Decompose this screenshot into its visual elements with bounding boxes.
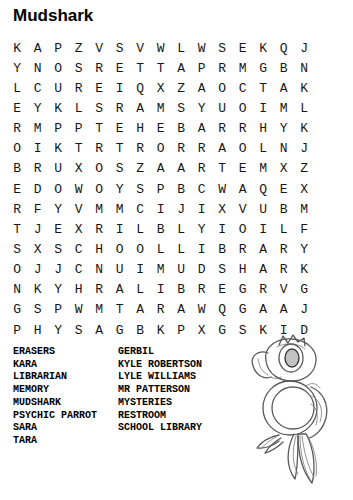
grid-cell-r9c12[interactable]: V [233, 199, 254, 219]
grid-cell-r14c15[interactable]: J [294, 300, 315, 320]
grid-cell-r8c2[interactable]: D [28, 179, 49, 199]
grid-cell-r10c7[interactable]: L [130, 219, 151, 239]
grid-cell-r4c3[interactable]: K [48, 98, 69, 118]
grid-cell-r2c14[interactable]: B [274, 58, 295, 78]
grid-cell-r8c9[interactable]: B [171, 179, 192, 199]
grid-cell-r9c5[interactable]: M [89, 199, 110, 219]
grid-cell-r7c12[interactable]: E [233, 159, 254, 179]
grid-cell-r7c6[interactable]: S [110, 159, 131, 179]
grid-cell-r5c13[interactable]: H [253, 119, 274, 139]
page-title: Mudshark [13, 6, 93, 26]
word-list-column-2: GERBILKYLE ROBERTSONLYLE WILLIAMSMR PATT… [118, 346, 202, 435]
grid-cell-r8c6[interactable]: Y [110, 179, 131, 199]
grid-cell-r2c9[interactable]: A [171, 58, 192, 78]
word-mysteries: MYSTERIES [118, 397, 202, 410]
grid-cell-r9c2[interactable]: F [28, 199, 49, 219]
grid-cell-r4c13[interactable]: I [253, 98, 274, 118]
grid-cell-r3c13[interactable]: T [253, 78, 274, 98]
grid-cell-r1c13[interactable]: K [253, 38, 274, 58]
grid-cell-r3c6[interactable]: I [110, 78, 131, 98]
grid-cell-r1c7[interactable]: V [130, 38, 151, 58]
grid-cell-r15c6[interactable]: G [110, 320, 131, 340]
parrot-eye [285, 349, 299, 367]
grid-cell-r9c1[interactable]: R [7, 199, 28, 219]
grid-cell-r2c3[interactable]: O [48, 58, 69, 78]
grid-cell-r4c1[interactable]: E [7, 98, 28, 118]
grid-cell-r14c9[interactable]: A [171, 300, 192, 320]
word-school-library: SCHOOL LIBRARY [118, 422, 202, 435]
grid-cell-r4c8[interactable]: M [151, 98, 172, 118]
grid-cell-r7c7[interactable]: Z [130, 159, 151, 179]
grid-cell-r10c13[interactable]: I [253, 219, 274, 239]
grid-cell-r5c4[interactable]: P [69, 119, 90, 139]
grid-cell-r6c11[interactable]: A [212, 139, 233, 159]
grid-cell-r3c3[interactable]: U [48, 78, 69, 98]
grid-cell-r3c4[interactable]: R [69, 78, 90, 98]
grid-cell-r6c14[interactable]: N [274, 139, 295, 159]
grid-cell-r10c4[interactable]: X [69, 219, 90, 239]
word-tara: TARA [13, 435, 97, 448]
grid-cell-r10c1[interactable]: T [7, 219, 28, 239]
grid-cell-r8c13[interactable]: Q [253, 179, 274, 199]
grid-cell-r5c12[interactable]: R [233, 119, 254, 139]
grid-cell-r12c9[interactable]: U [171, 260, 192, 280]
grid-cell-r1c14[interactable]: Q [274, 38, 295, 58]
grid-cell-r6c8[interactable]: O [151, 139, 172, 159]
grid-cell-r11c15[interactable]: Y [294, 239, 315, 259]
grid-cell-r13c14[interactable]: V [274, 280, 295, 300]
grid-cell-r15c7[interactable]: B [130, 320, 151, 340]
grid-cell-r13c9[interactable]: B [171, 280, 192, 300]
grid-cell-r14c13[interactable]: A [253, 300, 274, 320]
grid-cell-r2c8[interactable]: T [151, 58, 172, 78]
grid-cell-r13c3[interactable]: Y [48, 280, 69, 300]
grid-cell-r5c14[interactable]: Y [274, 119, 295, 139]
grid-cell-r15c5[interactable]: A [89, 320, 110, 340]
parrot-wing [309, 387, 327, 438]
grid-cell-r12c6[interactable]: U [110, 260, 131, 280]
grid-cell-r11c8[interactable]: L [151, 239, 172, 259]
grid-cell-r13c6[interactable]: A [110, 280, 131, 300]
grid-cell-r15c8[interactable]: K [151, 320, 172, 340]
grid-cell-r13c4[interactable]: H [69, 280, 90, 300]
grid-cell-r14c5[interactable]: M [89, 300, 110, 320]
grid-cell-r10c10[interactable]: Y [192, 219, 213, 239]
grid-cell-r7c11[interactable]: T [212, 159, 233, 179]
grid-cell-r7c14[interactable]: X [274, 159, 295, 179]
grid-cell-r14c11[interactable]: Q [212, 300, 233, 320]
grid-cell-r1c2[interactable]: A [28, 38, 49, 58]
grid-cell-r3c5[interactable]: E [89, 78, 110, 98]
grid-cell-r5c1[interactable]: R [7, 119, 28, 139]
grid-cell-r8c1[interactable]: E [7, 179, 28, 199]
word-erasers: ERASERS [13, 346, 97, 359]
grid-cell-r4c2[interactable]: Y [28, 98, 49, 118]
grid-cell-r5c8[interactable]: E [151, 119, 172, 139]
grid-cell-r5c7[interactable]: H [130, 119, 151, 139]
grid-cell-r3c12[interactable]: C [233, 78, 254, 98]
grid-cell-r7c9[interactable]: A [171, 159, 192, 179]
grid-cell-r6c13[interactable]: L [253, 139, 274, 159]
grid-cell-r12c3[interactable]: J [48, 260, 69, 280]
grid-cell-r1c10[interactable]: W [192, 38, 213, 58]
grid-cell-r4c10[interactable]: Y [192, 98, 213, 118]
grid-cell-r6c6[interactable]: T [110, 139, 131, 159]
grid-cell-r4c15[interactable]: L [294, 98, 315, 118]
grid-cell-r6c2[interactable]: I [28, 139, 49, 159]
grid-cell-r10c5[interactable]: R [89, 219, 110, 239]
grid-cell-r12c12[interactable]: H [233, 260, 254, 280]
grid-cell-r3c9[interactable]: Z [171, 78, 192, 98]
grid-cell-r1c11[interactable]: S [212, 38, 233, 58]
grid-cell-r2c2[interactable]: N [28, 58, 49, 78]
grid-cell-r1c12[interactable]: E [233, 38, 254, 58]
grid-cell-r14c2[interactable]: S [28, 300, 49, 320]
grid-cell-r15c4[interactable]: S [69, 320, 90, 340]
word-psychic-parrot: PSYCHIC PARROT [13, 410, 97, 423]
grid-cell-r7c8[interactable]: A [151, 159, 172, 179]
grid-cell-r10c12[interactable]: O [233, 219, 254, 239]
grid-cell-r12c8[interactable]: M [151, 260, 172, 280]
grid-cell-r9c11[interactable]: X [212, 199, 233, 219]
grid-cell-r9c4[interactable]: V [69, 199, 90, 219]
grid-cell-r11c2[interactable]: X [28, 239, 49, 259]
grid-cell-r10c6[interactable]: I [110, 219, 131, 239]
grid-cell-r12c2[interactable]: J [28, 260, 49, 280]
grid-cell-r8c4[interactable]: W [69, 179, 90, 199]
grid-cell-r2c15[interactable]: N [294, 58, 315, 78]
grid-cell-r12c15[interactable]: K [294, 260, 315, 280]
grid-cell-r15c11[interactable]: G [212, 320, 233, 340]
grid-cell-r1c9[interactable]: L [171, 38, 192, 58]
grid-cell-r5c6[interactable]: E [110, 119, 131, 139]
word-mr-patterson: MR PATTERSON [118, 384, 202, 397]
grid-cell-r10c2[interactable]: J [28, 219, 49, 239]
word-restroom: RESTROOM [118, 410, 202, 423]
word-sara: SARA [13, 422, 97, 435]
grid-cell-r8c15[interactable]: X [294, 179, 315, 199]
grid-cell-r5c15[interactable]: K [294, 119, 315, 139]
grid-cell-r10c9[interactable]: L [171, 219, 192, 239]
grid-cell-r11c6[interactable]: O [110, 239, 131, 259]
grid-cell-r11c9[interactable]: L [171, 239, 192, 259]
grid-cell-r3c2[interactable]: C [28, 78, 49, 98]
grid-cell-r12c5[interactable]: N [89, 260, 110, 280]
grid-cell-r12c7[interactable]: I [130, 260, 151, 280]
grid-cell-r11c12[interactable]: R [233, 239, 254, 259]
grid-cell-r13c1[interactable]: N [7, 280, 28, 300]
grid-cell-r11c11[interactable]: B [212, 239, 233, 259]
grid-cell-r6c3[interactable]: K [48, 139, 69, 159]
grid-cell-r6c9[interactable]: R [171, 139, 192, 159]
grid-cell-r8c8[interactable]: P [151, 179, 172, 199]
grid-cell-r12c10[interactable]: D [192, 260, 213, 280]
grid-cell-r4c14[interactable]: M [274, 98, 295, 118]
parrot-body-inner [272, 387, 314, 429]
grid-cell-r11c13[interactable]: A [253, 239, 274, 259]
grid-cell-r10c14[interactable]: L [274, 219, 295, 239]
grid-cell-r8c3[interactable]: O [48, 179, 69, 199]
grid-cell-r11c5[interactable]: H [89, 239, 110, 259]
grid-cell-r12c13[interactable]: A [253, 260, 274, 280]
grid-cell-r8c10[interactable]: C [192, 179, 213, 199]
grid-cell-r7c3[interactable]: U [48, 159, 69, 179]
grid-cell-r10c11[interactable]: I [212, 219, 233, 239]
grid-cell-r3c8[interactable]: X [151, 78, 172, 98]
grid-cell-r9c3[interactable]: Y [48, 199, 69, 219]
grid-cell-r2c10[interactable]: P [192, 58, 213, 78]
grid-cell-r13c13[interactable]: R [253, 280, 274, 300]
grid-cell-r13c7[interactable]: L [130, 280, 151, 300]
word-grid: KAPZVSVWLWSEKQJYNOSRETTAPRMGBNLCUREIQXZA… [7, 38, 315, 340]
parrot-body-outer [263, 381, 317, 435]
grid-cell-r4c5[interactable]: S [89, 98, 110, 118]
grid-cell-r15c9[interactable]: P [171, 320, 192, 340]
grid-cell-r6c15[interactable]: J [294, 139, 315, 159]
grid-cell-r6c5[interactable]: R [89, 139, 110, 159]
grid-cell-r14c14[interactable]: A [274, 300, 295, 320]
grid-cell-r4c12[interactable]: O [233, 98, 254, 118]
grid-cell-r13c5[interactable]: R [89, 280, 110, 300]
grid-cell-r2c1[interactable]: Y [7, 58, 28, 78]
grid-cell-r8c14[interactable]: E [274, 179, 295, 199]
grid-cell-r14c8[interactable]: R [151, 300, 172, 320]
grid-cell-r1c8[interactable]: W [151, 38, 172, 58]
grid-cell-r11c3[interactable]: S [48, 239, 69, 259]
grid-cell-r9c14[interactable]: B [274, 199, 295, 219]
grid-cell-r1c1[interactable]: K [7, 38, 28, 58]
grid-cell-r6c12[interactable]: O [233, 139, 254, 159]
grid-cell-r14c12[interactable]: G [233, 300, 254, 320]
grid-cell-r13c2[interactable]: K [28, 280, 49, 300]
grid-cell-r7c1[interactable]: B [7, 159, 28, 179]
grid-cell-r8c7[interactable]: S [130, 179, 151, 199]
grid-cell-r9c10[interactable]: I [192, 199, 213, 219]
grid-cell-r1c5[interactable]: V [89, 38, 110, 58]
grid-cell-r13c12[interactable]: G [233, 280, 254, 300]
word-kyle-robertson: KYLE ROBERTSON [118, 359, 202, 372]
grid-cell-r11c7[interactable]: O [130, 239, 151, 259]
parrot-clipart-image [248, 330, 340, 488]
grid-cell-r4c11[interactable]: U [212, 98, 233, 118]
grid-cell-r9c15[interactable]: M [294, 199, 315, 219]
grid-cell-r3c15[interactable]: K [294, 78, 315, 98]
grid-cell-r10c15[interactable]: F [294, 219, 315, 239]
grid-cell-r14c10[interactable]: W [192, 300, 213, 320]
grid-cell-r6c4[interactable]: T [69, 139, 90, 159]
grid-cell-r9c8[interactable]: I [151, 199, 172, 219]
grid-cell-r2c5[interactable]: R [89, 58, 110, 78]
grid-cell-r2c13[interactable]: G [253, 58, 274, 78]
grid-cell-r3c7[interactable]: Q [130, 78, 151, 98]
grid-cell-r9c9[interactable]: J [171, 199, 192, 219]
grid-cell-r3c10[interactable]: A [192, 78, 213, 98]
grid-cell-r7c15[interactable]: Z [294, 159, 315, 179]
grid-cell-r6c1[interactable]: O [7, 139, 28, 159]
grid-cell-r11c10[interactable]: I [192, 239, 213, 259]
grid-cell-r10c8[interactable]: B [151, 219, 172, 239]
grid-cell-r10c3[interactable]: E [48, 219, 69, 239]
grid-cell-r4c9[interactable]: S [171, 98, 192, 118]
word-lyle-williams: LYLE WILLIAMS [118, 371, 202, 384]
grid-cell-r12c4[interactable]: C [69, 260, 90, 280]
word-list-column-1: ERASERSKARALIBRARIANMEMORYMUDSHARKPSYCHI… [13, 346, 97, 448]
grid-cell-r3c14[interactable]: A [274, 78, 295, 98]
grid-cell-r13c10[interactable]: R [192, 280, 213, 300]
grid-cell-r1c15[interactable]: J [294, 38, 315, 58]
grid-cell-r11c4[interactable]: C [69, 239, 90, 259]
grid-cell-r5c3[interactable]: P [48, 119, 69, 139]
grid-cell-r1c3[interactable]: P [48, 38, 69, 58]
grid-cell-r12c14[interactable]: R [274, 260, 295, 280]
grid-cell-r6c7[interactable]: R [130, 139, 151, 159]
grid-cell-r7c13[interactable]: M [253, 159, 274, 179]
grid-cell-r15c10[interactable]: X [192, 320, 213, 340]
grid-cell-r12c1[interactable]: O [7, 260, 28, 280]
grid-cell-r2c4[interactable]: S [69, 58, 90, 78]
grid-cell-r2c12[interactable]: M [233, 58, 254, 78]
grid-cell-r14c4[interactable]: W [69, 300, 90, 320]
grid-cell-r13c8[interactable]: I [151, 280, 172, 300]
grid-cell-r1c4[interactable]: Z [69, 38, 90, 58]
grid-cell-r7c5[interactable]: O [89, 159, 110, 179]
grid-cell-r5c10[interactable]: A [192, 119, 213, 139]
grid-cell-r2c6[interactable]: E [110, 58, 131, 78]
grid-cell-r3c1[interactable]: L [7, 78, 28, 98]
grid-cell-r12c11[interactable]: S [212, 260, 233, 280]
grid-cell-r14c7[interactable]: A [130, 300, 151, 320]
grid-cell-r8c12[interactable]: A [233, 179, 254, 199]
grid-cell-r5c5[interactable]: T [89, 119, 110, 139]
grid-cell-r9c13[interactable]: U [253, 199, 274, 219]
grid-cell-r9c6[interactable]: M [110, 199, 131, 219]
grid-cell-r8c5[interactable]: O [89, 179, 110, 199]
grid-cell-r7c2[interactable]: R [28, 159, 49, 179]
grid-cell-r5c9[interactable]: B [171, 119, 192, 139]
grid-cell-r1c6[interactable]: S [110, 38, 131, 58]
grid-cell-r8c11[interactable]: W [212, 179, 233, 199]
grid-cell-r15c2[interactable]: H [28, 320, 49, 340]
grid-cell-r7c10[interactable]: R [192, 159, 213, 179]
grid-cell-r15c1[interactable]: P [7, 320, 28, 340]
grid-cell-r13c11[interactable]: E [212, 280, 233, 300]
grid-cell-r14c3[interactable]: P [48, 300, 69, 320]
grid-cell-r4c6[interactable]: R [110, 98, 131, 118]
grid-cell-r2c11[interactable]: R [212, 58, 233, 78]
grid-cell-r11c1[interactable]: S [7, 239, 28, 259]
word-kara: KARA [13, 359, 97, 372]
word-memory: MEMORY [13, 384, 97, 397]
word-mudshark: MUDSHARK [13, 397, 97, 410]
word-gerbil: GERBIL [118, 346, 202, 359]
word-librarian: LIBRARIAN [13, 371, 97, 384]
parrot-beak [252, 352, 271, 378]
grid-cell-r3c11[interactable]: O [212, 78, 233, 98]
grid-cell-r14c6[interactable]: T [110, 300, 131, 320]
grid-cell-r5c11[interactable]: R [212, 119, 233, 139]
grid-cell-r4c7[interactable]: A [130, 98, 151, 118]
grid-cell-r11c14[interactable]: R [274, 239, 295, 259]
grid-cell-r2c7[interactable]: T [130, 58, 151, 78]
grid-cell-r7c4[interactable]: X [69, 159, 90, 179]
grid-cell-r9c7[interactable]: C [130, 199, 151, 219]
worksheet-page: Mudshark KAPZVSVWLWSEKQJYNOSRETTAPRMGBNL… [0, 0, 353, 500]
grid-cell-r13c15[interactable]: G [294, 280, 315, 300]
grid-cell-r5c2[interactable]: M [28, 119, 49, 139]
grid-cell-r14c1[interactable]: G [7, 300, 28, 320]
grid-cell-r15c3[interactable]: Y [48, 320, 69, 340]
grid-cell-r6c10[interactable]: R [192, 139, 213, 159]
grid-cell-r4c4[interactable]: L [69, 98, 90, 118]
